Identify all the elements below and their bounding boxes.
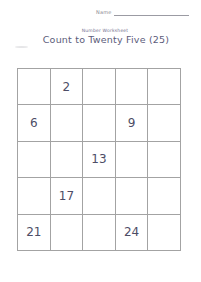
grid-cell-r5c5[interactable] [148,215,181,251]
scan-smudge [15,46,28,48]
grid-cell-r2c1: 6 [18,105,51,141]
grid-cell-r3c3: 13 [83,142,116,178]
grid-cell-r1c5[interactable] [148,69,181,105]
grid-cell-r3c1[interactable] [18,142,51,178]
grid-cell-r2c5[interactable] [148,105,181,141]
worksheet-page: Name Number Worksheet Count to Twenty Fi… [0,0,201,282]
grid-cell-r5c2[interactable] [51,215,84,251]
grid-cell-r2c4: 9 [116,105,149,141]
name-blank-line[interactable] [114,9,189,16]
worksheet-type-label: Number Worksheet [0,28,201,33]
grid-cell-r1c2: 2 [51,69,84,105]
name-label: Name [96,9,112,16]
name-field-row: Name [96,9,189,16]
grid-cell-r3c5[interactable] [148,142,181,178]
grid-cell-r4c5[interactable] [148,178,181,214]
grid-cell-r1c1[interactable] [18,69,51,105]
grid-cell-r3c4[interactable] [116,142,149,178]
grid-cell-r5c3[interactable] [83,215,116,251]
grid-cell-r4c4[interactable] [116,178,149,214]
grid-cell-r1c3[interactable] [83,69,116,105]
page-title: Count to Twenty Five (25) [0,34,201,45]
grid-cell-r2c2[interactable] [51,105,84,141]
grid-cell-r2c3[interactable] [83,105,116,141]
counting-grid: 26913172124 [17,68,181,251]
grid-cell-r4c2: 17 [51,178,84,214]
grid-cell-r5c4: 24 [116,215,149,251]
grid-cell-r4c1[interactable] [18,178,51,214]
grid-cell-r4c3[interactable] [83,178,116,214]
grid-cell-r1c4[interactable] [116,69,149,105]
grid-cell-r5c1: 21 [18,215,51,251]
grid-cell-r3c2[interactable] [51,142,84,178]
